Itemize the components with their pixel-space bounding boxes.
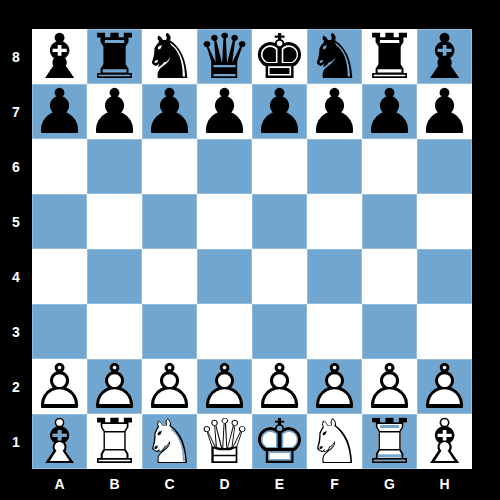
piece-white-rook[interactable]: ♜♖ [362, 414, 417, 469]
square-f5[interactable] [307, 194, 362, 249]
piece-black-pawn[interactable]: ♟ [87, 84, 142, 139]
black-piece-glyph: ♟ [362, 84, 417, 139]
square-d5[interactable] [197, 194, 252, 249]
file-label-a: A [32, 469, 87, 498]
square-b5[interactable] [87, 194, 142, 249]
square-c4[interactable] [142, 249, 197, 304]
piece-white-bishop[interactable]: ♝♗ [417, 414, 472, 469]
black-piece-glyph: ♟ [417, 84, 472, 139]
white-piece-outline: ♖ [362, 414, 417, 469]
white-piece-outline: ♔ [252, 414, 307, 469]
black-piece-glyph: ♟ [32, 84, 87, 139]
black-piece-glyph: ♟ [87, 84, 142, 139]
black-piece-glyph: ♟ [142, 84, 197, 139]
square-g1[interactable]: ♜♖ [362, 414, 417, 469]
white-piece-outline: ♕ [197, 414, 252, 469]
piece-black-pawn[interactable]: ♟ [197, 84, 252, 139]
square-e4[interactable] [252, 249, 307, 304]
chess-board: ♝♜♞♛♚♞♜♝♟♟♟♟♟♟♟♟♟♙♟♙♟♙♟♙♟♙♟♙♟♙♟♙♝♗♜♖♞♘♛♕… [32, 29, 472, 469]
square-g7[interactable]: ♟ [362, 84, 417, 139]
white-piece-outline: ♘ [142, 414, 197, 469]
white-piece-outline: ♘ [307, 414, 362, 469]
square-f6[interactable] [307, 139, 362, 194]
square-d6[interactable] [197, 139, 252, 194]
rank-label-8: 8 [0, 29, 32, 84]
rank-labels: 87654321 [0, 29, 32, 469]
piece-white-knight[interactable]: ♞♘ [307, 414, 362, 469]
piece-black-pawn[interactable]: ♟ [417, 84, 472, 139]
rank-label-7: 7 [0, 84, 32, 139]
black-piece-glyph: ♟ [307, 84, 362, 139]
square-h1[interactable]: ♝♗ [417, 414, 472, 469]
rank-label-6: 6 [0, 139, 32, 194]
file-label-h: H [417, 469, 472, 498]
black-piece-glyph: ♟ [197, 84, 252, 139]
rank-label-4: 4 [0, 249, 32, 304]
square-f4[interactable] [307, 249, 362, 304]
white-piece-outline: ♖ [87, 414, 142, 469]
piece-white-rook[interactable]: ♜♖ [87, 414, 142, 469]
rank-label-3: 3 [0, 304, 32, 359]
square-c1[interactable]: ♞♘ [142, 414, 197, 469]
file-label-b: B [87, 469, 142, 498]
rank-label-2: 2 [0, 359, 32, 414]
file-label-c: C [142, 469, 197, 498]
square-b6[interactable] [87, 139, 142, 194]
piece-black-pawn[interactable]: ♟ [32, 84, 87, 139]
file-label-d: D [197, 469, 252, 498]
piece-black-pawn[interactable]: ♟ [362, 84, 417, 139]
square-e7[interactable]: ♟ [252, 84, 307, 139]
square-b1[interactable]: ♜♖ [87, 414, 142, 469]
piece-white-knight[interactable]: ♞♘ [142, 414, 197, 469]
piece-black-pawn[interactable]: ♟ [307, 84, 362, 139]
white-piece-outline: ♗ [417, 414, 472, 469]
piece-black-pawn[interactable]: ♟ [252, 84, 307, 139]
square-b7[interactable]: ♟ [87, 84, 142, 139]
square-b4[interactable] [87, 249, 142, 304]
square-h7[interactable]: ♟ [417, 84, 472, 139]
square-g5[interactable] [362, 194, 417, 249]
square-g6[interactable] [362, 139, 417, 194]
rank-label-1: 1 [0, 414, 32, 469]
square-d4[interactable] [197, 249, 252, 304]
square-f7[interactable]: ♟ [307, 84, 362, 139]
square-h4[interactable] [417, 249, 472, 304]
square-g4[interactable] [362, 249, 417, 304]
square-d1[interactable]: ♛♕ [197, 414, 252, 469]
file-labels: ABCDEFGH [32, 469, 472, 498]
white-piece-outline: ♗ [32, 414, 87, 469]
black-piece-glyph: ♟ [252, 84, 307, 139]
file-label-e: E [252, 469, 307, 498]
piece-black-pawn[interactable]: ♟ [142, 84, 197, 139]
piece-white-queen[interactable]: ♛♕ [197, 414, 252, 469]
square-c5[interactable] [142, 194, 197, 249]
rank-label-5: 5 [0, 194, 32, 249]
square-e5[interactable] [252, 194, 307, 249]
square-a7[interactable]: ♟ [32, 84, 87, 139]
square-h5[interactable] [417, 194, 472, 249]
square-a4[interactable] [32, 249, 87, 304]
square-h6[interactable] [417, 139, 472, 194]
square-d7[interactable]: ♟ [197, 84, 252, 139]
square-a6[interactable] [32, 139, 87, 194]
board-frame: 87654321 ♝♜♞♛♚♞♜♝♟♟♟♟♟♟♟♟♟♙♟♙♟♙♟♙♟♙♟♙♟♙♟… [0, 0, 500, 500]
file-label-f: F [307, 469, 362, 498]
square-c7[interactable]: ♟ [142, 84, 197, 139]
square-e1[interactable]: ♚♔ [252, 414, 307, 469]
file-label-g: G [362, 469, 417, 498]
piece-white-king[interactable]: ♚♔ [252, 414, 307, 469]
square-e6[interactable] [252, 139, 307, 194]
square-a1[interactable]: ♝♗ [32, 414, 87, 469]
square-c6[interactable] [142, 139, 197, 194]
piece-white-bishop[interactable]: ♝♗ [32, 414, 87, 469]
square-a5[interactable] [32, 194, 87, 249]
square-f1[interactable]: ♞♘ [307, 414, 362, 469]
